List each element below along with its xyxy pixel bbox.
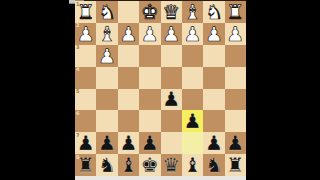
square-b4[interactable]: [203, 67, 224, 89]
square-a1[interactable]: ♜: [225, 1, 246, 23]
black-pawn[interactable]: ♟: [162, 89, 180, 109]
square-e3[interactable]: [139, 45, 160, 67]
black-rook[interactable]: ♜: [77, 155, 95, 175]
rank-label-6: 6: [76, 111, 79, 116]
square-g5[interactable]: [96, 89, 117, 111]
black-pawn[interactable]: ♟: [205, 133, 223, 153]
square-e6[interactable]: [139, 110, 160, 132]
square-b1[interactable]: ♞: [203, 1, 224, 23]
square-d5[interactable]: ♟: [161, 89, 182, 111]
square-e8[interactable]: ♚: [139, 154, 160, 176]
square-g4[interactable]: [96, 67, 117, 89]
chess-board[interactable]: 1♜♞♚♛♝♞♜2♟♝♟♟♟♟♟♟3♟45♟6♟7♟♟♟♟♟♟8♜♞♝♚♛♝♞♜: [75, 0, 246, 176]
black-queen[interactable]: ♛: [162, 155, 180, 175]
square-c7[interactable]: [182, 132, 203, 154]
square-a8[interactable]: ♜: [225, 154, 246, 176]
square-a4[interactable]: [225, 67, 246, 89]
square-f5[interactable]: [118, 89, 139, 111]
square-e1[interactable]: ♚: [139, 1, 160, 23]
white-pawn[interactable]: ♟: [141, 23, 159, 43]
square-c5[interactable]: [182, 89, 203, 111]
square-f6[interactable]: [118, 110, 139, 132]
square-a5[interactable]: [225, 89, 246, 111]
square-e7[interactable]: ♟: [139, 132, 160, 154]
square-g6[interactable]: [96, 110, 117, 132]
black-pawn[interactable]: ♟: [226, 133, 244, 153]
square-h8[interactable]: 8♜: [75, 154, 96, 176]
square-h4[interactable]: 4: [75, 67, 96, 89]
white-pawn[interactable]: ♟: [184, 23, 202, 43]
square-f3[interactable]: [118, 45, 139, 67]
square-a3[interactable]: [225, 45, 246, 67]
square-b5[interactable]: [203, 89, 224, 111]
square-h1[interactable]: 1♜: [75, 1, 96, 23]
white-pawn[interactable]: ♟: [226, 23, 244, 43]
black-knight[interactable]: ♞: [205, 155, 223, 175]
white-rook[interactable]: ♜: [226, 1, 244, 21]
square-g3[interactable]: ♟: [96, 45, 117, 67]
black-pawn[interactable]: ♟: [77, 133, 95, 153]
square-d4[interactable]: [161, 67, 182, 89]
app-background: 1♜♞♚♛♝♞♜2♟♝♟♟♟♟♟♟3♟45♟6♟7♟♟♟♟♟♟8♜♞♝♚♛♝♞♜: [0, 0, 320, 180]
square-d1[interactable]: ♛: [161, 1, 182, 23]
square-e2[interactable]: ♟: [139, 23, 160, 45]
square-f1[interactable]: [118, 1, 139, 23]
square-b8[interactable]: ♞: [203, 154, 224, 176]
square-c6[interactable]: ♟: [182, 110, 203, 132]
black-king[interactable]: ♚: [141, 155, 159, 175]
white-bishop[interactable]: ♝: [184, 1, 202, 21]
black-rook[interactable]: ♜: [226, 155, 244, 175]
white-pawn[interactable]: ♟: [119, 23, 137, 43]
rank-label-5: 5: [76, 89, 79, 94]
white-knight[interactable]: ♞: [98, 1, 116, 21]
square-c2[interactable]: ♟: [182, 23, 203, 45]
black-bishop[interactable]: ♝: [119, 155, 137, 175]
square-d3[interactable]: [161, 45, 182, 67]
white-king[interactable]: ♚: [141, 1, 159, 21]
black-pawn[interactable]: ♟: [141, 133, 159, 153]
square-b2[interactable]: ♟: [203, 23, 224, 45]
square-b7[interactable]: ♟: [203, 132, 224, 154]
square-f2[interactable]: ♟: [118, 23, 139, 45]
square-d2[interactable]: ♟: [161, 23, 182, 45]
square-c1[interactable]: ♝: [182, 1, 203, 23]
square-h5[interactable]: 5: [75, 89, 96, 111]
rank-label-3: 3: [76, 45, 79, 50]
black-knight[interactable]: ♞: [98, 155, 116, 175]
square-f8[interactable]: ♝: [118, 154, 139, 176]
square-h2[interactable]: 2♟: [75, 23, 96, 45]
white-pawn[interactable]: ♟: [77, 23, 95, 43]
square-e4[interactable]: [139, 67, 160, 89]
square-e5[interactable]: [139, 89, 160, 111]
white-bishop[interactable]: ♝: [98, 23, 116, 43]
square-g1[interactable]: ♞: [96, 1, 117, 23]
square-c8[interactable]: ♝: [182, 154, 203, 176]
square-b6[interactable]: [203, 110, 224, 132]
square-c4[interactable]: [182, 67, 203, 89]
square-h6[interactable]: 6: [75, 110, 96, 132]
square-a7[interactable]: ♟: [225, 132, 246, 154]
square-a6[interactable]: [225, 110, 246, 132]
square-d8[interactable]: ♛: [161, 154, 182, 176]
square-f4[interactable]: [118, 67, 139, 89]
square-h7[interactable]: 7♟: [75, 132, 96, 154]
white-knight[interactable]: ♞: [205, 1, 223, 21]
square-c3[interactable]: [182, 45, 203, 67]
white-queen[interactable]: ♛: [162, 1, 180, 21]
square-g8[interactable]: ♞: [96, 154, 117, 176]
black-bishop[interactable]: ♝: [184, 155, 202, 175]
square-d7[interactable]: [161, 132, 182, 154]
white-pawn[interactable]: ♟: [162, 23, 180, 43]
square-g2[interactable]: ♝: [96, 23, 117, 45]
square-a2[interactable]: ♟: [225, 23, 246, 45]
square-g7[interactable]: ♟: [96, 132, 117, 154]
square-h3[interactable]: 3: [75, 45, 96, 67]
black-pawn[interactable]: ♟: [98, 133, 116, 153]
white-pawn[interactable]: ♟: [98, 45, 116, 65]
board-bottom-strip: [75, 176, 246, 180]
black-pawn[interactable]: ♟: [119, 133, 137, 153]
square-b3[interactable]: [203, 45, 224, 67]
white-pawn[interactable]: ♟: [205, 23, 223, 43]
rank-label-4: 4: [76, 67, 79, 72]
square-f7[interactable]: ♟: [118, 132, 139, 154]
black-pawn[interactable]: ♟: [184, 111, 202, 131]
white-rook[interactable]: ♜: [77, 1, 95, 21]
square-d6[interactable]: [161, 110, 182, 132]
